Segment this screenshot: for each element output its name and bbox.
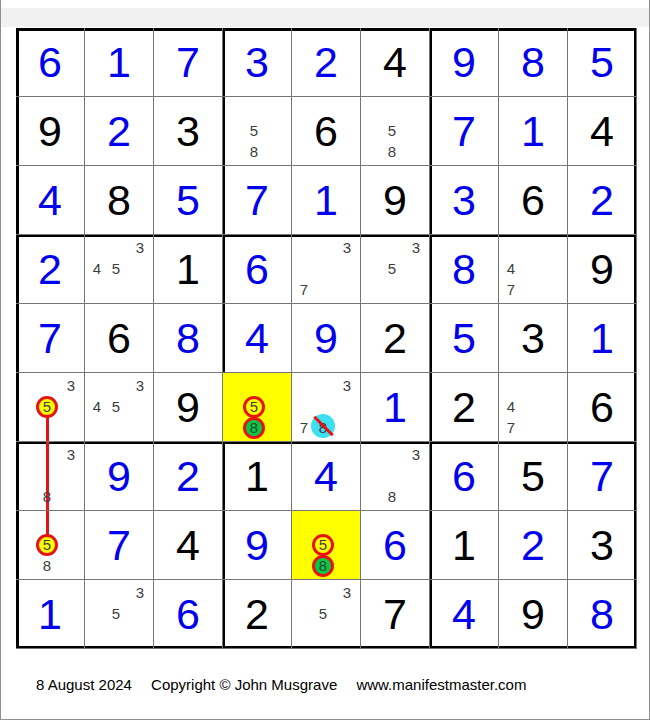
solved-digit: 8	[499, 28, 567, 96]
cell-r9c3[interactable]: 6	[154, 580, 223, 649]
cell-r7c7[interactable]: 6	[430, 442, 499, 511]
cell-r1c6[interactable]: 4	[361, 28, 430, 97]
solved-digit: 3	[223, 28, 291, 96]
cell-r6c7[interactable]: 2	[430, 373, 499, 442]
candidate-5: 5	[106, 259, 126, 279]
solved-digit: 2	[85, 97, 153, 165]
candidate-5: 5	[106, 604, 126, 624]
solved-digit: 4	[16, 166, 84, 234]
solved-digit: 1	[292, 166, 360, 234]
candidate-5: 5	[313, 604, 333, 624]
solved-digit: 6	[430, 442, 498, 510]
given-digit: 9	[154, 373, 222, 441]
solved-digit: 5	[568, 28, 636, 96]
candidate-3: 3	[130, 238, 150, 258]
cell-r9c1[interactable]: 1	[16, 580, 85, 649]
given-digit: 6	[85, 304, 153, 372]
solved-digit: 6	[154, 580, 222, 648]
cell-r9c7[interactable]: 4	[430, 580, 499, 649]
candidate-8: 8	[382, 487, 402, 507]
candidate-4: 4	[87, 397, 107, 417]
candidate-5: 5	[37, 397, 57, 417]
solved-digit: 6	[16, 28, 84, 96]
candidate-7: 7	[294, 418, 314, 438]
solved-digit: 6	[223, 235, 291, 303]
solved-digit: 4	[292, 442, 360, 510]
given-digit: 9	[499, 580, 567, 648]
candidate-8: 8	[244, 142, 264, 162]
cell-r9c2[interactable]: 35	[85, 580, 154, 649]
candidate-8: 8	[244, 418, 264, 438]
given-digit: 9	[361, 166, 429, 234]
cell-r8c3[interactable]: 4	[154, 511, 223, 580]
cell-r7c3[interactable]: 2	[154, 442, 223, 511]
candidate-8: 8	[382, 142, 402, 162]
cell-r1c9[interactable]: 5	[568, 28, 637, 97]
solved-digit: 7	[154, 28, 222, 96]
given-digit: 9	[16, 97, 84, 165]
cell-r2c1[interactable]: 9	[16, 97, 85, 166]
candidate-3: 3	[406, 445, 426, 465]
cell-r3c4[interactable]: 7	[223, 166, 292, 235]
candidate-3: 3	[61, 376, 81, 396]
cell-r2c5[interactable]: 6	[292, 97, 361, 166]
cell-r9c8[interactable]: 9	[499, 580, 568, 649]
solved-digit: 6	[361, 511, 429, 579]
cell-r3c6[interactable]: 9	[361, 166, 430, 235]
cell-r5c9[interactable]: 1	[568, 304, 637, 373]
candidate-3: 3	[61, 445, 81, 465]
given-digit: 1	[223, 442, 291, 510]
given-digit: 6	[292, 97, 360, 165]
cell-r9c6[interactable]: 7	[361, 580, 430, 649]
solved-digit: 9	[292, 304, 360, 372]
cell-r4c5[interactable]: 37	[292, 235, 361, 304]
given-digit: 5	[499, 442, 567, 510]
cell-r7c2[interactable]: 9	[85, 442, 154, 511]
cell-r7c8[interactable]: 5	[499, 442, 568, 511]
given-digit: 1	[154, 235, 222, 303]
footer-website: www.manifestmaster.com	[356, 676, 526, 693]
candidate-8: 8	[37, 556, 57, 576]
solved-digit: 2	[568, 166, 636, 234]
cell-r4c9[interactable]: 9	[568, 235, 637, 304]
candidate-7: 7	[501, 280, 521, 300]
candidate-7: 7	[294, 280, 314, 300]
given-digit: 3	[568, 511, 636, 579]
solved-digit: 7	[568, 442, 636, 510]
cell-r5c8[interactable]: 3	[499, 304, 568, 373]
solved-digit: 2	[154, 442, 222, 510]
cell-r6c1[interactable]: 35	[16, 373, 85, 442]
cell-r7c9[interactable]: 7	[568, 442, 637, 511]
solved-digit: 1	[568, 304, 636, 372]
solved-digit: 1	[16, 580, 84, 648]
page: 6173249859235865871448571936223451637358…	[0, 0, 650, 720]
cell-r4c7[interactable]: 8	[430, 235, 499, 304]
candidate-5: 5	[313, 535, 333, 555]
given-digit: 4	[154, 511, 222, 579]
solved-digit: 7	[85, 511, 153, 579]
cell-r8c5[interactable]: 58	[292, 511, 361, 580]
candidate-5: 5	[106, 397, 126, 417]
cell-r1c1[interactable]: 6	[16, 28, 85, 97]
cell-r9c4[interactable]: 2	[223, 580, 292, 649]
candidate-3: 3	[130, 583, 150, 603]
cell-r3c5[interactable]: 1	[292, 166, 361, 235]
cell-r7c6[interactable]: 38	[361, 442, 430, 511]
cell-r3c8[interactable]: 6	[499, 166, 568, 235]
solved-digit: 9	[430, 28, 498, 96]
solved-digit: 1	[85, 28, 153, 96]
cell-r3c9[interactable]: 2	[568, 166, 637, 235]
solved-digit: 2	[16, 235, 84, 303]
cell-r2c7[interactable]: 7	[430, 97, 499, 166]
cell-r4c1[interactable]: 2	[16, 235, 85, 304]
given-digit: 6	[568, 373, 636, 441]
solved-digit: 2	[292, 28, 360, 96]
given-digit: 3	[499, 304, 567, 372]
candidate-5: 5	[244, 397, 264, 417]
cell-r1c7[interactable]: 9	[430, 28, 499, 97]
cell-r2c3[interactable]: 3	[154, 97, 223, 166]
candidate-7: 7	[501, 418, 521, 438]
given-digit: 2	[430, 373, 498, 441]
given-digit: 1	[430, 511, 498, 579]
cell-r8c1[interactable]: 58	[16, 511, 85, 580]
solved-digit: 4	[223, 304, 291, 372]
cell-r6c8[interactable]: 47	[499, 373, 568, 442]
candidate-3: 3	[406, 238, 426, 258]
cell-r5c7[interactable]: 5	[430, 304, 499, 373]
given-digit: 4	[361, 28, 429, 96]
candidate-3: 3	[130, 376, 150, 396]
cell-r5c1[interactable]: 7	[16, 304, 85, 373]
candidate-5: 5	[382, 259, 402, 279]
cell-r5c6[interactable]: 2	[361, 304, 430, 373]
cell-r1c3[interactable]: 7	[154, 28, 223, 97]
candidate-5: 5	[382, 121, 402, 141]
given-digit: 4	[568, 97, 636, 165]
candidate-8: 8	[313, 556, 333, 576]
cell-r2c2[interactable]: 2	[85, 97, 154, 166]
footer: 8 August 2024 Copyright © John Musgrave …	[36, 676, 526, 693]
cell-r6c3[interactable]: 9	[154, 373, 223, 442]
top-band	[1, 8, 649, 27]
given-digit: 2	[361, 304, 429, 372]
cell-r4c2[interactable]: 345	[85, 235, 154, 304]
footer-copyright: Copyright © John Musgrave	[151, 676, 337, 693]
solved-digit: 2	[499, 511, 567, 579]
cell-r3c7[interactable]: 3	[430, 166, 499, 235]
cell-r4c6[interactable]: 35	[361, 235, 430, 304]
candidate-3: 3	[337, 376, 357, 396]
cell-r8c6[interactable]: 6	[361, 511, 430, 580]
cell-r8c9[interactable]: 3	[568, 511, 637, 580]
cell-r6c6[interactable]: 1	[361, 373, 430, 442]
cell-r5c4[interactable]: 4	[223, 304, 292, 373]
solved-digit: 4	[430, 580, 498, 648]
solved-digit: 9	[223, 511, 291, 579]
cell-r5c5[interactable]: 9	[292, 304, 361, 373]
given-digit: 9	[568, 235, 636, 303]
cell-r6c4[interactable]: 58	[223, 373, 292, 442]
solved-digit: 3	[430, 166, 498, 234]
cell-r4c3[interactable]: 1	[154, 235, 223, 304]
cell-r5c3[interactable]: 8	[154, 304, 223, 373]
solved-digit: 7	[430, 97, 498, 165]
sudoku-board: 6173249859235865871448571936223451637358…	[16, 28, 637, 649]
cell-r1c4[interactable]: 3	[223, 28, 292, 97]
cell-r2c9[interactable]: 4	[568, 97, 637, 166]
cell-r8c8[interactable]: 2	[499, 511, 568, 580]
cell-r4c4[interactable]: 6	[223, 235, 292, 304]
cell-r4c8[interactable]: 47	[499, 235, 568, 304]
cell-r1c2[interactable]: 1	[85, 28, 154, 97]
solved-digit: 1	[361, 373, 429, 441]
candidate-4: 4	[87, 259, 107, 279]
candidate-4: 4	[501, 397, 521, 417]
cell-r6c5[interactable]: 378	[292, 373, 361, 442]
given-digit: 8	[85, 166, 153, 234]
solved-digit: 1	[499, 97, 567, 165]
cell-r3c1[interactable]: 4	[16, 166, 85, 235]
cell-r2c4[interactable]: 58	[223, 97, 292, 166]
solved-digit: 8	[568, 580, 636, 648]
solved-digit: 7	[16, 304, 84, 372]
cell-r3c2[interactable]: 8	[85, 166, 154, 235]
cell-r1c5[interactable]: 2	[292, 28, 361, 97]
cell-r8c4[interactable]: 9	[223, 511, 292, 580]
given-digit: 3	[154, 97, 222, 165]
cell-r5c2[interactable]: 6	[85, 304, 154, 373]
solved-digit: 5	[430, 304, 498, 372]
candidate-3: 3	[337, 238, 357, 258]
cell-r8c2[interactable]: 7	[85, 511, 154, 580]
cell-r7c1[interactable]: 38	[16, 442, 85, 511]
candidate-5: 5	[244, 121, 264, 141]
cell-r3c3[interactable]: 5	[154, 166, 223, 235]
solved-digit: 7	[223, 166, 291, 234]
cell-r2c6[interactable]: 58	[361, 97, 430, 166]
cell-r2c8[interactable]: 1	[499, 97, 568, 166]
cell-r7c5[interactable]: 4	[292, 442, 361, 511]
given-digit: 6	[499, 166, 567, 234]
cell-r6c9[interactable]: 6	[568, 373, 637, 442]
candidate-3: 3	[337, 583, 357, 603]
cell-r7c4[interactable]: 1	[223, 442, 292, 511]
cell-r9c9[interactable]: 8	[568, 580, 637, 649]
cell-r6c2[interactable]: 345	[85, 373, 154, 442]
given-digit: 7	[361, 580, 429, 648]
candidate-4: 4	[501, 259, 521, 279]
cell-r8c7[interactable]: 1	[430, 511, 499, 580]
solved-digit: 8	[154, 304, 222, 372]
solved-digit: 8	[430, 235, 498, 303]
solved-digit: 9	[85, 442, 153, 510]
cell-r9c5[interactable]: 35	[292, 580, 361, 649]
candidate-8: 8	[37, 487, 57, 507]
footer-date: 8 August 2024	[36, 676, 132, 693]
candidate-5: 5	[37, 535, 57, 555]
given-digit: 2	[223, 580, 291, 648]
cell-r1c8[interactable]: 8	[499, 28, 568, 97]
solved-digit: 5	[154, 166, 222, 234]
